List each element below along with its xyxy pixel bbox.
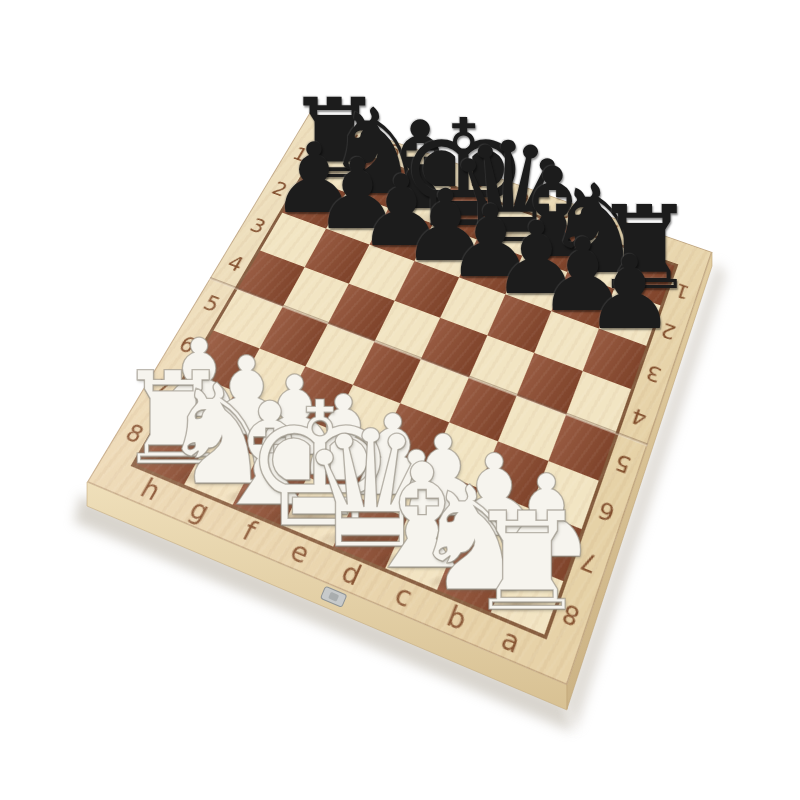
rank-label-right-2: 2 xyxy=(659,319,679,342)
rank-label-right-5: 5 xyxy=(613,450,634,476)
file-label-near-g: g xyxy=(185,495,213,526)
product-photo-stage: 1122334455667788hhggffeeddccbbaa ♜♞♝♟♚♟♛… xyxy=(0,0,800,800)
file-label-far-b: b xyxy=(600,218,621,241)
file-label-near-h: h xyxy=(136,475,164,505)
file-label-near-a: a xyxy=(498,624,524,658)
rank-label-left-4: 4 xyxy=(224,253,247,275)
file-label-far-g: g xyxy=(381,143,403,164)
rank-label-left-2: 2 xyxy=(269,180,290,200)
file-label-far-e: e xyxy=(467,173,488,195)
rank-label-left-1: 1 xyxy=(290,145,311,164)
file-label-far-c: c xyxy=(556,203,575,225)
file-label-far-f: f xyxy=(427,159,443,178)
rank-label-left-6: 6 xyxy=(175,334,199,358)
file-label-near-b: b xyxy=(443,601,470,634)
rank-label-right-7: 7 xyxy=(578,547,601,576)
file-label-far-h: h xyxy=(339,128,361,149)
file-label-far-d: d xyxy=(511,188,532,210)
rank-label-right-1: 1 xyxy=(673,279,692,301)
rank-label-right-6: 6 xyxy=(596,497,618,525)
rank-label-right-3: 3 xyxy=(644,361,664,385)
file-label-near-e: e xyxy=(286,537,313,568)
rank-label-right-8: 8 xyxy=(559,599,583,629)
rank-label-left-5: 5 xyxy=(200,293,223,316)
file-label-near-c: c xyxy=(391,580,416,612)
rank-label-left-3: 3 xyxy=(247,216,269,237)
rank-label-left-8: 8 xyxy=(121,421,146,447)
rank-label-right-4: 4 xyxy=(629,404,650,429)
rank-label-left-7: 7 xyxy=(149,377,174,402)
file-label-far-a: a xyxy=(646,234,666,257)
file-label-near-d: d xyxy=(338,558,366,590)
file-label-near-f: f xyxy=(239,517,260,545)
